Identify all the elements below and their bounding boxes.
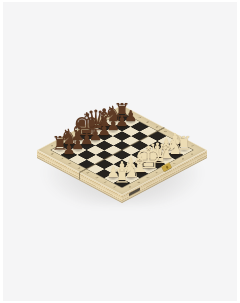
coordinate-label: d <box>85 126 90 128</box>
coordinate-label: b <box>103 116 108 118</box>
coordinate-label: e <box>154 172 159 174</box>
coordinate-label: a <box>112 112 117 114</box>
coordinate-label: e <box>76 131 81 133</box>
coordinate-label: g <box>136 181 141 183</box>
coordinate-label: g <box>59 140 64 142</box>
coordinate-label: 6 <box>145 121 150 123</box>
coordinate-label: 4 <box>163 131 168 133</box>
coordinate-label: 4 <box>85 172 90 174</box>
coordinate-label: 8 <box>128 112 133 114</box>
coordinate-label: 3 <box>172 135 177 137</box>
coordinate-label: 1 <box>112 186 117 188</box>
coordinate-label: 2 <box>103 181 108 183</box>
latch-pin-icon <box>165 165 168 169</box>
coordinate-label: f <box>68 135 72 137</box>
coordinate-label: b <box>181 158 186 160</box>
coordinate-label: 5 <box>76 167 81 169</box>
fold-seam-cut <box>79 172 80 180</box>
coordinate-label: c <box>172 162 176 164</box>
coordinate-label: h <box>50 145 55 147</box>
coordinate-label: h <box>128 186 133 188</box>
coordinate-label: 8 <box>50 153 55 155</box>
coordinate-label: a <box>190 153 195 155</box>
coordinate-label: f <box>146 177 150 179</box>
product-photo: 88aa77bb66cc55dd44ee33ff22gg11hh ♜♟♟♜♞♟♟… <box>0 0 240 303</box>
coordinate-label: 1 <box>190 145 195 147</box>
chess-set-scene: 88aa77bb66cc55dd44ee33ff22gg11hh ♜♟♟♜♞♟♟… <box>0 0 240 303</box>
coordinate-label: 6 <box>68 162 73 164</box>
coordinate-label: 7 <box>136 116 141 118</box>
coordinate-label: 5 <box>154 126 159 128</box>
coordinate-label: 7 <box>59 158 64 160</box>
coordinate-label: 3 <box>94 176 99 178</box>
coordinate-label: 2 <box>181 140 186 142</box>
coordinate-label: c <box>94 121 98 123</box>
